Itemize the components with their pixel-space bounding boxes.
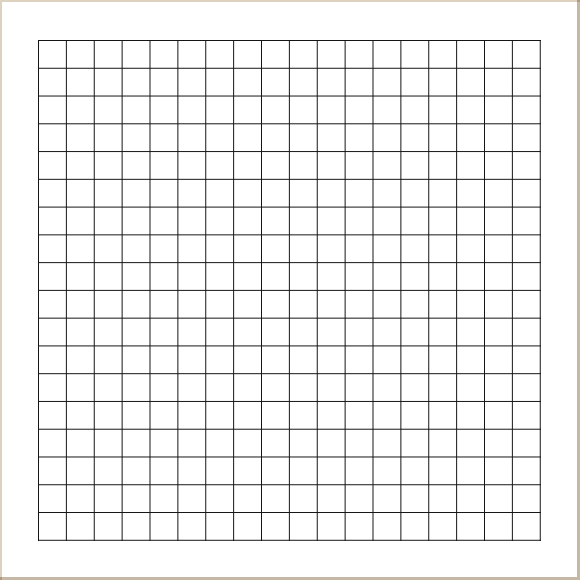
column-labels-bottom [24,550,554,578]
go-board-screenshot [0,0,580,580]
column-labels-top [24,2,554,26]
go-board[interactable] [24,26,554,554]
